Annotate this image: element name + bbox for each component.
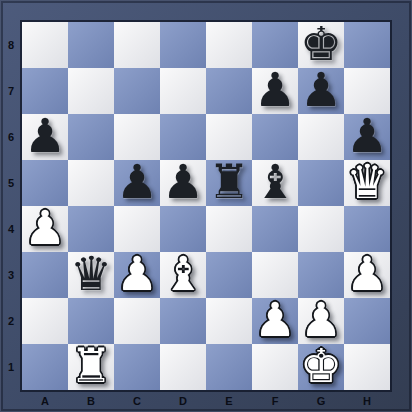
- square-a2[interactable]: [22, 298, 68, 344]
- square-e5[interactable]: ♜: [206, 160, 252, 206]
- file-label-g: G: [298, 390, 344, 412]
- square-a3[interactable]: [22, 252, 68, 298]
- piece-white-pawn[interactable]: ♟: [252, 298, 298, 344]
- piece-black-queen[interactable]: ♛: [68, 252, 114, 298]
- black-pawn-glyph: ♟: [300, 67, 342, 113]
- square-b1[interactable]: ♜: [68, 344, 114, 390]
- black-pawn-glyph: ♟: [116, 159, 158, 205]
- square-h2[interactable]: [344, 298, 390, 344]
- white-king-glyph: ♚: [300, 343, 342, 389]
- black-pawn-glyph: ♟: [24, 113, 66, 159]
- square-f4[interactable]: [252, 206, 298, 252]
- rank-label-3: 3: [0, 252, 22, 298]
- piece-black-bishop[interactable]: ♝: [252, 160, 298, 206]
- square-e8[interactable]: [206, 22, 252, 68]
- square-g4[interactable]: [298, 206, 344, 252]
- square-g7[interactable]: ♟: [298, 68, 344, 114]
- piece-white-bishop[interactable]: ♝: [160, 252, 206, 298]
- piece-black-pawn[interactable]: ♟: [22, 114, 68, 160]
- file-label-f: F: [252, 390, 298, 412]
- square-b8[interactable]: [68, 22, 114, 68]
- rank-label-6: 6: [0, 114, 22, 160]
- square-a8[interactable]: [22, 22, 68, 68]
- square-b5[interactable]: [68, 160, 114, 206]
- chess-board-frame: 87654321 ABCDEFGH ♚♟♟♟♟♟♟♜♝♛♟♛♟♝♟♟♟♜♚: [0, 0, 412, 412]
- square-a6[interactable]: ♟: [22, 114, 68, 160]
- white-rook-glyph: ♜: [70, 343, 112, 389]
- square-f5[interactable]: ♝: [252, 160, 298, 206]
- file-labels: ABCDEFGH: [22, 390, 390, 412]
- square-h5[interactable]: ♛: [344, 160, 390, 206]
- black-pawn-glyph: ♟: [254, 67, 296, 113]
- file-label-h: H: [344, 390, 390, 412]
- black-queen-glyph: ♛: [70, 251, 112, 297]
- square-f7[interactable]: ♟: [252, 68, 298, 114]
- square-c8[interactable]: [114, 22, 160, 68]
- square-g5[interactable]: [298, 160, 344, 206]
- white-pawn-glyph: ♟: [116, 251, 158, 297]
- square-h1[interactable]: [344, 344, 390, 390]
- piece-white-rook[interactable]: ♜: [68, 344, 114, 390]
- piece-white-pawn[interactable]: ♟: [344, 252, 390, 298]
- piece-white-king[interactable]: ♚: [298, 344, 344, 390]
- rank-label-2: 2: [0, 298, 22, 344]
- white-pawn-glyph: ♟: [300, 297, 342, 343]
- square-c7[interactable]: [114, 68, 160, 114]
- rank-label-7: 7: [0, 68, 22, 114]
- black-pawn-glyph: ♟: [162, 159, 204, 205]
- square-e4[interactable]: [206, 206, 252, 252]
- square-c3[interactable]: ♟: [114, 252, 160, 298]
- square-e1[interactable]: [206, 344, 252, 390]
- square-g1[interactable]: ♚: [298, 344, 344, 390]
- white-bishop-glyph: ♝: [162, 251, 204, 297]
- square-e2[interactable]: [206, 298, 252, 344]
- file-label-c: C: [114, 390, 160, 412]
- rank-labels: 87654321: [0, 22, 22, 390]
- square-d1[interactable]: [160, 344, 206, 390]
- square-d8[interactable]: [160, 22, 206, 68]
- square-h3[interactable]: ♟: [344, 252, 390, 298]
- square-d3[interactable]: ♝: [160, 252, 206, 298]
- square-d5[interactable]: ♟: [160, 160, 206, 206]
- file-label-e: E: [206, 390, 252, 412]
- square-b6[interactable]: [68, 114, 114, 160]
- square-e7[interactable]: [206, 68, 252, 114]
- piece-white-pawn[interactable]: ♟: [22, 206, 68, 252]
- square-c1[interactable]: [114, 344, 160, 390]
- black-rook-glyph: ♜: [208, 159, 250, 205]
- piece-black-pawn[interactable]: ♟: [114, 160, 160, 206]
- chess-board: ♚♟♟♟♟♟♟♜♝♛♟♛♟♝♟♟♟♜♚: [22, 22, 390, 390]
- rank-label-1: 1: [0, 344, 22, 390]
- black-pawn-glyph: ♟: [346, 113, 388, 159]
- square-d7[interactable]: [160, 68, 206, 114]
- white-queen-glyph: ♛: [346, 159, 388, 205]
- square-a1[interactable]: [22, 344, 68, 390]
- file-label-a: A: [22, 390, 68, 412]
- rank-label-4: 4: [0, 206, 22, 252]
- rank-label-8: 8: [0, 22, 22, 68]
- file-label-b: B: [68, 390, 114, 412]
- file-label-d: D: [160, 390, 206, 412]
- black-bishop-glyph: ♝: [254, 159, 296, 205]
- piece-black-pawn[interactable]: ♟: [298, 68, 344, 114]
- square-f2[interactable]: ♟: [252, 298, 298, 344]
- square-c2[interactable]: [114, 298, 160, 344]
- piece-black-pawn[interactable]: ♟: [160, 160, 206, 206]
- square-a4[interactable]: ♟: [22, 206, 68, 252]
- square-d2[interactable]: [160, 298, 206, 344]
- white-pawn-glyph: ♟: [254, 297, 296, 343]
- piece-black-rook[interactable]: ♜: [206, 160, 252, 206]
- black-king-glyph: ♚: [300, 21, 342, 67]
- rank-label-5: 5: [0, 160, 22, 206]
- piece-black-pawn[interactable]: ♟: [252, 68, 298, 114]
- square-b7[interactable]: [68, 68, 114, 114]
- piece-white-pawn[interactable]: ♟: [114, 252, 160, 298]
- white-pawn-glyph: ♟: [346, 251, 388, 297]
- square-e3[interactable]: [206, 252, 252, 298]
- square-c5[interactable]: ♟: [114, 160, 160, 206]
- piece-white-queen[interactable]: ♛: [344, 160, 390, 206]
- square-f1[interactable]: [252, 344, 298, 390]
- square-b3[interactable]: ♛: [68, 252, 114, 298]
- square-g6[interactable]: [298, 114, 344, 160]
- square-h8[interactable]: [344, 22, 390, 68]
- white-pawn-glyph: ♟: [24, 205, 66, 251]
